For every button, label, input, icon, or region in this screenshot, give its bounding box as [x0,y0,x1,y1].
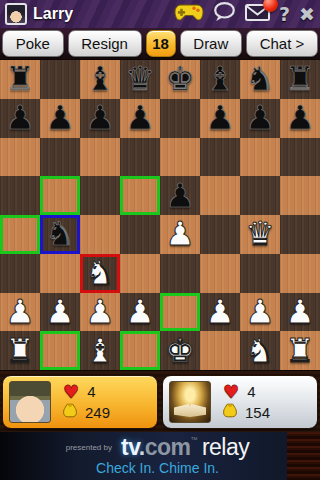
chess-board: ♜♝♛♚♝♞♜♟♟♟♟♟♟♟♟♞♟♛♞♟♟♟♟♟♟♟♜♝♚♞♜ [0,59,320,371]
action-toolbar: Poke Resign 18 Draw Chat > [0,28,320,59]
square-a3[interactable] [0,254,40,293]
player-avatar-anime [9,381,51,423]
white-queen-g4: ♛ [245,215,275,253]
square-d8[interactable]: ♛ [120,60,160,99]
square-a8[interactable]: ♜ [0,60,40,99]
square-d2[interactable]: ♟ [120,293,160,332]
square-b2[interactable]: ♟ [40,293,80,332]
square-h3[interactable] [280,254,320,293]
black-pawn-d7: ♟ [125,99,155,137]
player-avatar-book [169,381,211,423]
square-e5[interactable]: ♟ [160,176,200,215]
square-c8[interactable]: ♝ [80,60,120,99]
square-h5[interactable] [280,176,320,215]
square-e3[interactable] [160,254,200,293]
square-d5[interactable] [120,176,160,215]
square-e2[interactable] [160,293,200,332]
resign-button[interactable]: Resign [68,30,142,57]
app: Larry [0,0,320,480]
square-g8[interactable]: ♞ [240,60,280,99]
square-f3[interactable] [200,254,240,293]
square-f4[interactable] [200,215,240,254]
square-g6[interactable] [240,138,280,177]
black-knight-g8: ♞ [245,60,275,98]
square-f7[interactable]: ♟ [200,99,240,138]
black-pawn-f7: ♟ [205,99,235,137]
square-b8[interactable] [40,60,80,99]
square-f1[interactable] [200,331,240,370]
square-d1[interactable] [120,331,160,370]
square-c3[interactable]: ♞ [80,254,120,293]
white-rook-h1: ♜ [285,332,315,370]
notification-badge [263,0,278,12]
square-f2[interactable]: ♟ [200,293,240,332]
black-rook-h8: ♜ [285,60,315,98]
close-icon[interactable]: ✖ [299,5,315,24]
user-avatar[interactable] [5,3,27,25]
square-c1[interactable]: ♝ [80,331,120,370]
black-pawn-c7: ♟ [85,99,115,137]
square-g4[interactable]: ♛ [240,215,280,254]
square-b5[interactable] [40,176,80,215]
square-b4[interactable]: ♞ [40,215,80,254]
square-h4[interactable] [280,215,320,254]
white-pawn-f2: ♟ [205,293,235,331]
square-c2[interactable]: ♟ [80,293,120,332]
hearts-count: 4 [87,383,95,400]
white-pawn-e4: ♟ [165,215,195,253]
mail-icon[interactable] [245,4,270,25]
square-h7[interactable]: ♟ [280,99,320,138]
square-a6[interactable] [0,138,40,177]
square-e8[interactable]: ♚ [160,60,200,99]
chat-button[interactable]: Chat > [246,30,318,57]
black-knight-b4: ♞ [45,215,75,253]
square-a5[interactable] [0,176,40,215]
white-king-e1: ♚ [165,332,195,370]
square-g3[interactable] [240,254,280,293]
presented-by-label: presented by [66,443,112,452]
square-g1[interactable]: ♞ [240,331,280,370]
coins-count: 249 [85,404,110,421]
square-e4[interactable]: ♟ [160,215,200,254]
white-bishop-c1: ♝ [85,332,115,370]
square-b3[interactable] [40,254,80,293]
heart-icon: ♥ [63,383,79,401]
square-d4[interactable] [120,215,160,254]
black-pawn-b7: ♟ [45,99,75,137]
square-d7[interactable]: ♟ [120,99,160,138]
square-g2[interactable]: ♟ [240,293,280,332]
square-h1[interactable]: ♜ [280,331,320,370]
black-pawn-e5: ♟ [165,177,195,215]
black-pawn-g7: ♟ [245,99,275,137]
square-a7[interactable]: ♟ [0,99,40,138]
chat-bubble-icon[interactable] [213,2,236,26]
wood-background [287,432,320,480]
black-king-e8: ♚ [165,60,195,98]
title-bar: Larry [0,0,320,28]
square-g5[interactable] [240,176,280,215]
white-pawn-b2: ♟ [45,293,75,331]
square-c7[interactable]: ♟ [80,99,120,138]
white-knight-c3: ♞ [85,254,115,292]
black-queen-d8: ♛ [125,60,155,98]
draw-button[interactable]: Draw [180,30,242,57]
square-g7[interactable]: ♟ [240,99,280,138]
ad-banner[interactable]: presented by tv.com™relay Check In. Chim… [0,432,287,480]
square-e1[interactable]: ♚ [160,331,200,370]
white-rook-a1: ♜ [5,332,35,370]
square-a1[interactable]: ♜ [0,331,40,370]
coin-icon [223,403,237,422]
player-panel-opponent[interactable]: ♥ 4 154 [162,375,318,429]
square-b7[interactable]: ♟ [40,99,80,138]
square-b6[interactable] [40,138,80,177]
gamepad-icon[interactable] [174,3,204,26]
move-count-button[interactable]: 18 [146,30,176,57]
footer: presented by tv.com™relay Check In. Chim… [0,432,320,480]
tvcom-relay-logo: tv.com™relay [121,436,249,459]
square-c4[interactable] [80,215,120,254]
white-knight-g1: ♞ [245,332,275,370]
square-h8[interactable]: ♜ [280,60,320,99]
square-f6[interactable] [200,138,240,177]
square-f5[interactable] [200,176,240,215]
white-pawn-c2: ♟ [85,293,115,331]
players-bar: ♥ 4 249 ♥ 4 [0,371,320,432]
heart-icon: ♥ [223,383,239,401]
help-icon[interactable]: ? [279,5,290,24]
black-pawn-a7: ♟ [5,99,35,137]
black-rook-a8: ♜ [5,60,35,98]
white-pawn-d2: ♟ [125,293,155,331]
poke-button[interactable]: Poke [2,30,64,57]
black-bishop-c8: ♝ [85,60,115,98]
coin-icon [63,403,77,422]
hearts-count: 4 [247,383,255,400]
square-c5[interactable] [80,176,120,215]
white-pawn-a2: ♟ [5,293,35,331]
square-e7[interactable] [160,99,200,138]
square-b1[interactable] [40,331,80,370]
square-h6[interactable] [280,138,320,177]
square-h2[interactable]: ♟ [280,293,320,332]
page-title: Larry [33,5,73,23]
square-c6[interactable] [80,138,120,177]
black-pawn-h7: ♟ [285,99,315,137]
square-f8[interactable]: ♝ [200,60,240,99]
coins-count: 154 [245,404,270,421]
square-e6[interactable] [160,138,200,177]
square-a4[interactable] [0,215,40,254]
white-pawn-g2: ♟ [245,293,275,331]
ad-tagline: Check In. Chime In. [96,460,219,476]
black-bishop-f8: ♝ [205,60,235,98]
square-d3[interactable] [120,254,160,293]
player-panel-self[interactable]: ♥ 4 249 [2,375,158,429]
square-a2[interactable]: ♟ [0,293,40,332]
white-pawn-h2: ♟ [285,293,315,331]
square-d6[interactable] [120,138,160,177]
